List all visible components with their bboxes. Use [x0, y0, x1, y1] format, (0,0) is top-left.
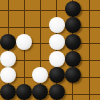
black-stone[interactable] — [65, 67, 81, 83]
black-stone[interactable] — [0, 84, 16, 100]
black-stone[interactable] — [16, 84, 32, 100]
black-stone[interactable] — [49, 67, 65, 83]
black-stone[interactable] — [65, 1, 81, 17]
white-stone[interactable] — [16, 34, 32, 50]
black-stone[interactable] — [65, 34, 81, 50]
white-stone[interactable] — [0, 67, 16, 83]
black-stone[interactable] — [0, 34, 16, 50]
black-stone[interactable] — [65, 51, 81, 67]
black-stone[interactable] — [65, 17, 81, 33]
black-stone[interactable] — [32, 84, 48, 100]
grid-line-vertical — [89, 0, 90, 100]
white-stone[interactable] — [49, 17, 65, 33]
white-stone[interactable] — [49, 34, 65, 50]
black-stone[interactable] — [49, 84, 65, 100]
go-board[interactable] — [0, 0, 100, 100]
white-stone[interactable] — [32, 67, 48, 83]
grid-line-horizontal — [0, 10, 100, 11]
white-stone[interactable] — [49, 51, 65, 67]
white-stone[interactable] — [0, 51, 16, 67]
